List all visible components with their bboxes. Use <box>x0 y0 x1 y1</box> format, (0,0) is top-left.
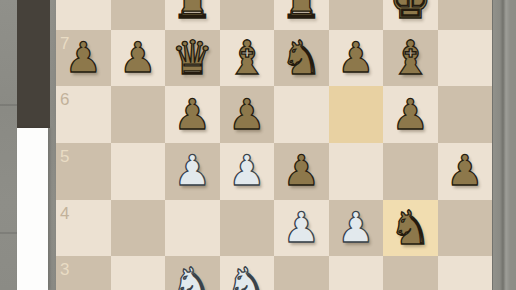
square-b8[interactable] <box>111 0 166 30</box>
black-knight-g4[interactable]: ♞ <box>383 200 438 257</box>
right-edge-panel <box>492 0 516 290</box>
background-seam <box>0 104 17 106</box>
square-a3[interactable]: 3 <box>56 256 111 290</box>
black-king-g8[interactable]: ♚ <box>383 0 438 30</box>
square-a6[interactable]: 6 <box>56 86 111 143</box>
square-a8[interactable] <box>56 0 111 30</box>
square-h6[interactable] <box>438 86 493 143</box>
rank-label-4: 4 <box>60 205 69 222</box>
square-f3[interactable] <box>329 256 384 290</box>
black-pawn-b7[interactable]: ♟ <box>111 30 166 87</box>
square-f7[interactable]: ♟ <box>329 30 384 87</box>
square-f8[interactable] <box>329 0 384 30</box>
white-paper-strip <box>17 128 48 290</box>
black-pawn-d6[interactable]: ♟ <box>220 86 275 143</box>
white-pawn-c5[interactable]: ♟ <box>165 143 220 200</box>
square-b4[interactable] <box>111 200 166 257</box>
rank-label-3: 3 <box>60 261 69 278</box>
black-bishop-g7[interactable]: ♝ <box>383 30 438 87</box>
square-c8[interactable]: ♜ <box>165 0 220 30</box>
black-pawn-a7[interactable]: ♟ <box>56 30 111 87</box>
square-a7[interactable]: 7♟ <box>56 30 111 87</box>
square-e3[interactable] <box>274 256 329 290</box>
background-seam <box>0 232 17 234</box>
square-g7[interactable]: ♝ <box>383 30 438 87</box>
square-b7[interactable]: ♟ <box>111 30 166 87</box>
black-rook-c8[interactable]: ♜ <box>165 0 220 30</box>
square-g8[interactable]: ♚ <box>383 0 438 30</box>
white-pawn-e4[interactable]: ♟ <box>274 200 329 257</box>
square-e5[interactable]: ♟ <box>274 143 329 200</box>
square-d3[interactable]: ♞ <box>220 256 275 290</box>
black-queen-c7[interactable]: ♛ <box>165 30 220 87</box>
square-e4[interactable]: ♟ <box>274 200 329 257</box>
black-pawn-g6[interactable]: ♟ <box>383 86 438 143</box>
square-d6[interactable]: ♟ <box>220 86 275 143</box>
square-h7[interactable] <box>438 30 493 87</box>
square-h4[interactable] <box>438 200 493 257</box>
square-d4[interactable] <box>220 200 275 257</box>
chess-board: ♜♜♚7♟♟♛♝♞♟♝6♟♟♟5♟♟♟♟4♟♟♞3♞♞ <box>56 0 492 290</box>
square-b6[interactable] <box>111 86 166 143</box>
square-f5[interactable] <box>329 143 384 200</box>
square-c5[interactable]: ♟ <box>165 143 220 200</box>
black-pawn-e5[interactable]: ♟ <box>274 143 329 200</box>
square-h5[interactable]: ♟ <box>438 143 493 200</box>
square-g6[interactable]: ♟ <box>383 86 438 143</box>
square-h8[interactable] <box>438 0 493 30</box>
square-a5[interactable]: 5 <box>56 143 111 200</box>
rank-label-5: 5 <box>60 148 69 165</box>
square-e6[interactable] <box>274 86 329 143</box>
square-f6[interactable] <box>329 86 384 143</box>
black-bishop-d7[interactable]: ♝ <box>220 30 275 87</box>
rank-label-6: 6 <box>60 91 69 108</box>
black-pawn-h5[interactable]: ♟ <box>438 143 493 200</box>
square-c3[interactable]: ♞ <box>165 256 220 290</box>
square-h3[interactable] <box>438 256 493 290</box>
black-pawn-f7[interactable]: ♟ <box>329 30 384 87</box>
black-pawn-c6[interactable]: ♟ <box>165 86 220 143</box>
square-g3[interactable] <box>383 256 438 290</box>
white-knight-d3[interactable]: ♞ <box>220 256 275 290</box>
square-d8[interactable] <box>220 0 275 30</box>
square-b5[interactable] <box>111 143 166 200</box>
square-f4[interactable]: ♟ <box>329 200 384 257</box>
square-e7[interactable]: ♞ <box>274 30 329 87</box>
square-c6[interactable]: ♟ <box>165 86 220 143</box>
white-pawn-f4[interactable]: ♟ <box>329 200 384 257</box>
square-c4[interactable] <box>165 200 220 257</box>
square-d7[interactable]: ♝ <box>220 30 275 87</box>
square-b3[interactable] <box>111 256 166 290</box>
white-pawn-d5[interactable]: ♟ <box>220 143 275 200</box>
dark-vertical-panel <box>17 0 50 128</box>
black-knight-e7[interactable]: ♞ <box>274 30 329 87</box>
black-rook-e8[interactable]: ♜ <box>274 0 329 30</box>
square-g5[interactable] <box>383 143 438 200</box>
square-g4[interactable]: ♞ <box>383 200 438 257</box>
square-c7[interactable]: ♛ <box>165 30 220 87</box>
square-d5[interactable]: ♟ <box>220 143 275 200</box>
square-a4[interactable]: 4 <box>56 200 111 257</box>
video-frame: ♜♜♚7♟♟♛♝♞♟♝6♟♟♟5♟♟♟♟4♟♟♞3♞♞ <box>0 0 516 290</box>
white-knight-c3[interactable]: ♞ <box>165 256 220 290</box>
square-e8[interactable]: ♜ <box>274 0 329 30</box>
